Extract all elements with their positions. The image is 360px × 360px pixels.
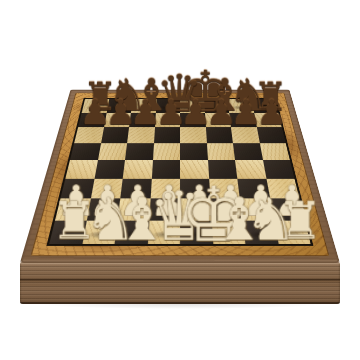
square-b7[interactable]: [104, 113, 131, 128]
piece-white-knight-g1[interactable]: ♞: [244, 190, 276, 236]
square-f6[interactable]: [205, 127, 232, 143]
square-a8[interactable]: [82, 99, 109, 113]
piece-white-king-e1[interactable]: ♚: [180, 177, 212, 235]
square-h8[interactable]: [251, 99, 278, 113]
square-b8[interactable]: [106, 99, 132, 113]
square-h7[interactable]: [254, 113, 282, 128]
box-bottom-edge: [20, 302, 340, 304]
square-a6[interactable]: [74, 127, 103, 143]
square-g8[interactable]: [227, 99, 253, 113]
piece-white-bishop-f1[interactable]: ♝: [212, 190, 244, 236]
product-photo: ♜♞♝♛♚♝♞♜♟♟♟♟♟♟♟♟♟♟♟♟♟♟♟♟♜♞♝♛♚♝♞♜: [0, 0, 360, 360]
piece-white-knight-b1[interactable]: ♞: [83, 190, 115, 236]
square-d5[interactable]: [153, 143, 181, 160]
square-g5[interactable]: [233, 143, 263, 160]
square-h5[interactable]: [259, 143, 290, 160]
square-c7[interactable]: [129, 113, 155, 128]
square-a5[interactable]: [70, 143, 101, 160]
square-f8[interactable]: [204, 99, 229, 113]
square-f7[interactable]: [205, 113, 231, 128]
square-g6[interactable]: [231, 127, 259, 143]
square-f5[interactable]: [206, 143, 235, 160]
square-c6[interactable]: [127, 127, 154, 143]
square-a7[interactable]: [78, 113, 106, 128]
square-b5[interactable]: [98, 143, 128, 160]
square-b6[interactable]: [101, 127, 129, 143]
chess-box-top: ♜♞♝♛♚♝♞♜♟♟♟♟♟♟♟♟♟♟♟♟♟♟♟♟♜♞♝♛♚♝♞♜: [20, 90, 340, 263]
square-e5[interactable]: [180, 143, 208, 160]
square-d7[interactable]: [155, 113, 180, 128]
square-e7[interactable]: [180, 113, 205, 128]
square-h6[interactable]: [256, 127, 285, 143]
board-perspective-wrap: ♜♞♝♛♚♝♞♜♟♟♟♟♟♟♟♟♟♟♟♟♟♟♟♟♜♞♝♛♚♝♞♜: [50, 30, 310, 290]
square-c8[interactable]: [131, 99, 156, 113]
square-d6[interactable]: [154, 127, 180, 143]
square-c5[interactable]: [125, 143, 154, 160]
square-e8[interactable]: [180, 99, 205, 113]
piece-white-bishop-c1[interactable]: ♝: [116, 190, 148, 236]
piece-white-rook-a1[interactable]: ♜: [51, 196, 83, 236]
square-g7[interactable]: [229, 113, 256, 128]
square-e6[interactable]: [180, 127, 206, 143]
square-d8[interactable]: [155, 99, 180, 113]
